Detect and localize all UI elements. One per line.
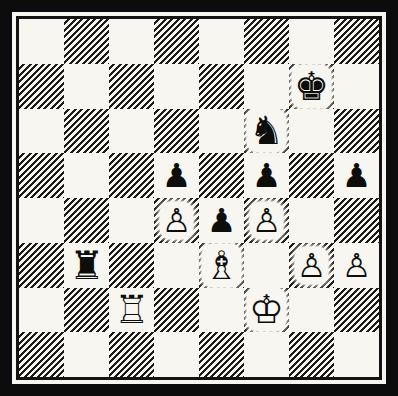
square-d6[interactable] [154,109,199,154]
square-f4[interactable]: ♙ [244,198,289,243]
square-b1[interactable] [64,332,109,377]
square-a4[interactable] [19,198,64,243]
square-e5[interactable] [199,153,244,198]
square-b2[interactable] [64,288,109,333]
white-pawn: ♙ [252,204,282,237]
square-a2[interactable] [19,288,64,333]
chess-board: ♚♞♟♟♟♙♟♙♜♗♙♙♖♔ [19,19,379,377]
square-g7[interactable]: ♚ [289,64,334,109]
board-outer-frame: ♚♞♟♟♟♙♟♙♜♗♙♙♖♔ [0,0,398,396]
square-b8[interactable] [64,19,109,64]
square-a3[interactable] [19,243,64,288]
square-h4[interactable] [334,198,379,243]
square-c5[interactable] [109,153,154,198]
black-king: ♚ [294,67,329,106]
square-b3[interactable]: ♜ [64,243,109,288]
square-a6[interactable] [19,109,64,154]
square-f8[interactable] [244,19,289,64]
black-pawn: ♟ [207,204,237,237]
white-pawn: ♙ [342,249,372,282]
square-e8[interactable] [199,19,244,64]
square-a7[interactable] [19,64,64,109]
square-g4[interactable] [289,198,334,243]
square-h1[interactable] [334,332,379,377]
board-inner-frame: ♚♞♟♟♟♙♟♙♜♗♙♙♖♔ [16,16,382,380]
square-c7[interactable] [109,64,154,109]
square-c1[interactable] [109,332,154,377]
square-h6[interactable] [334,109,379,154]
square-c8[interactable] [109,19,154,64]
black-rook: ♜ [69,246,104,285]
square-f6[interactable]: ♞ [244,109,289,154]
square-e1[interactable] [199,332,244,377]
square-d2[interactable] [154,288,199,333]
square-f7[interactable] [244,64,289,109]
square-d1[interactable] [154,332,199,377]
square-f3[interactable] [244,243,289,288]
square-d3[interactable] [154,243,199,288]
square-h5[interactable]: ♟ [334,153,379,198]
black-pawn: ♟ [252,159,282,192]
square-c3[interactable] [109,243,154,288]
white-rook: ♖ [114,290,149,329]
square-g5[interactable] [289,153,334,198]
square-d4[interactable]: ♙ [154,198,199,243]
square-g6[interactable] [289,109,334,154]
square-g8[interactable] [289,19,334,64]
white-pawn: ♙ [297,249,327,282]
square-h8[interactable] [334,19,379,64]
square-e3[interactable]: ♗ [199,243,244,288]
square-b4[interactable] [64,198,109,243]
square-g3[interactable]: ♙ [289,243,334,288]
square-f5[interactable]: ♟ [244,153,289,198]
square-e6[interactable] [199,109,244,154]
black-pawn: ♟ [162,159,192,192]
square-h2[interactable] [334,288,379,333]
square-g2[interactable] [289,288,334,333]
square-e4[interactable]: ♟ [199,198,244,243]
square-a8[interactable] [19,19,64,64]
square-a1[interactable] [19,332,64,377]
square-b5[interactable] [64,153,109,198]
square-e7[interactable] [199,64,244,109]
white-king: ♔ [249,290,284,329]
square-f2[interactable]: ♔ [244,288,289,333]
black-pawn: ♟ [342,159,372,192]
square-d8[interactable] [154,19,199,64]
chess-diagram-page: ♚♞♟♟♟♙♟♙♜♗♙♙♖♔ [0,0,398,396]
white-bishop: ♗ [204,246,239,285]
square-d7[interactable] [154,64,199,109]
white-pawn: ♙ [162,204,192,237]
square-e2[interactable] [199,288,244,333]
square-f1[interactable] [244,332,289,377]
square-g1[interactable] [289,332,334,377]
square-b7[interactable] [64,64,109,109]
square-h3[interactable]: ♙ [334,243,379,288]
black-knight: ♞ [249,111,284,150]
left-frame-ink-blotch [0,177,7,201]
square-d5[interactable]: ♟ [154,153,199,198]
square-h7[interactable] [334,64,379,109]
square-a5[interactable] [19,153,64,198]
square-c4[interactable] [109,198,154,243]
square-b6[interactable] [64,109,109,154]
square-c6[interactable] [109,109,154,154]
square-c2[interactable]: ♖ [109,288,154,333]
